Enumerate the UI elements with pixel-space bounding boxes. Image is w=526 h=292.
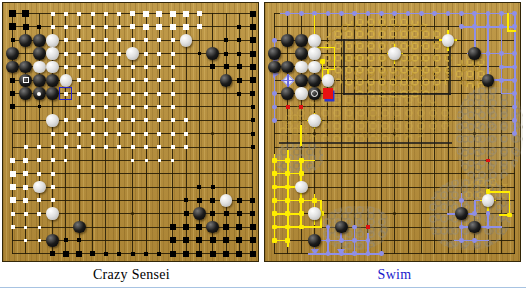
white-stone (126, 47, 139, 60)
territory-mark-white (184, 132, 188, 136)
blue-network-dot (512, 11, 517, 16)
territory-mark-black (170, 224, 176, 230)
territory-mark-white (77, 78, 81, 82)
black-stone (468, 221, 481, 234)
boundary-wall-line (336, 39, 451, 41)
territory-mark-white (157, 38, 161, 42)
black-stone (33, 47, 46, 60)
territory-mark-white (131, 145, 135, 149)
territory-mark-white (157, 52, 161, 56)
territory-mark-white (77, 12, 81, 16)
blue-network-dot (299, 11, 304, 16)
black-stone (308, 234, 321, 247)
blue-network-dot (459, 225, 464, 230)
black-stone (46, 87, 59, 100)
blue-network-dot (379, 11, 384, 16)
cross-v (287, 74, 288, 87)
grid-line-h (274, 147, 515, 148)
black-stone (268, 47, 281, 60)
territory-mark-white (171, 92, 175, 96)
black-stone (468, 47, 481, 60)
territory-mark-black (183, 251, 189, 257)
territory-mark-black (210, 237, 216, 243)
yellow-network-line (300, 125, 302, 147)
territory-mark-white (117, 65, 121, 69)
territory-mark-white (144, 78, 148, 82)
white-stone (308, 207, 321, 220)
blue-network-dot (272, 105, 277, 110)
territory-mark-white (64, 12, 68, 16)
territory-mark-black (211, 185, 215, 189)
blue-network-dot (459, 198, 464, 203)
black-stone (281, 61, 294, 74)
territory-mark-black (237, 211, 242, 216)
territory-mark-white (24, 212, 28, 216)
territory-mark-white (197, 11, 202, 16)
blue-network-dot (339, 11, 344, 16)
blue-network-dot (499, 65, 504, 70)
boundary-wall-line (343, 93, 451, 95)
territory-mark-black (250, 211, 255, 216)
territory-mark-black (223, 224, 229, 230)
blue-network-dot (486, 11, 491, 16)
black-stone (295, 47, 308, 60)
star-point (393, 212, 396, 215)
territory-mark-black (196, 237, 202, 243)
star-point (393, 132, 396, 135)
square-marker (23, 77, 29, 83)
territory-mark-white (184, 145, 188, 149)
territory-mark-white (64, 145, 68, 149)
territory-mark-black (210, 64, 215, 69)
territory-mark-white (171, 105, 175, 109)
territory-mark-black (250, 51, 256, 57)
blue-network-dot (486, 225, 491, 230)
blue-network-dot (499, 24, 504, 29)
yellow-network-dot (285, 225, 290, 230)
yellow-network-dot (272, 185, 277, 190)
territory-mark-black (236, 237, 242, 243)
red-dot-marker (366, 225, 370, 229)
blue-network-dot (512, 65, 517, 70)
black-stone (33, 34, 46, 47)
blue-network-dot (272, 38, 277, 43)
territory-mark-white (64, 159, 67, 162)
blue-network-dot (432, 11, 437, 16)
territory-mark-white (171, 159, 174, 162)
blue-network-dot (419, 11, 424, 16)
territory-mark-white (91, 92, 95, 96)
grid-line-h (274, 173, 515, 174)
black-stone (33, 74, 46, 87)
territory-mark-black (250, 91, 255, 96)
territory-mark-white (10, 197, 16, 203)
territory-mark-white (23, 158, 28, 163)
territory-mark-white (144, 132, 148, 136)
yellow-network-dot (299, 211, 304, 216)
blue-network-dot (326, 238, 331, 243)
blue-network-dot (472, 211, 477, 216)
territory-mark-black (183, 237, 189, 243)
blue-network-dot (499, 11, 504, 16)
territory-mark-white (144, 105, 148, 109)
white-stone (322, 74, 335, 87)
territory-mark-black (170, 237, 176, 243)
territory-mark-black (22, 10, 29, 17)
board-label-crazy-sensei: Crazy Sensei (0, 267, 263, 283)
territory-mark-black (224, 38, 228, 42)
grid-line-v (421, 13, 422, 254)
territory-mark-white (171, 78, 175, 82)
star-point (313, 132, 316, 135)
territory-mark-black (250, 24, 256, 30)
black-stone (19, 61, 32, 74)
territory-mark-white (64, 65, 68, 69)
yellow-network-dot (312, 198, 317, 203)
territory-mark-black (144, 252, 148, 256)
black-stone (335, 221, 348, 234)
territory-mark-black (224, 64, 229, 69)
territory-mark-white (104, 105, 108, 109)
territory-mark-black (50, 251, 55, 256)
territory-mark-white (51, 25, 55, 29)
territory-mark-black (237, 52, 241, 56)
territory-mark-white (64, 25, 68, 29)
territory-mark-white (91, 118, 95, 122)
white-stone (33, 61, 46, 74)
territory-mark-black (196, 224, 202, 230)
blue-network-dot (472, 11, 477, 16)
territory-mark-white (24, 226, 27, 229)
black-stone (46, 234, 59, 247)
territory-mark-black (197, 185, 201, 189)
territory-mark-white (197, 24, 202, 29)
blue-network-dot (486, 211, 491, 216)
territory-mark-black (223, 237, 229, 243)
yellow-network-dot (299, 225, 304, 230)
blue-network-dot (459, 11, 464, 16)
territory-mark-white (170, 11, 176, 17)
blue-network-dot (272, 91, 277, 96)
blue-network-dot (272, 118, 277, 123)
territory-mark-black (23, 24, 29, 30)
territory-mark-white (77, 105, 81, 109)
territory-mark-black (250, 251, 256, 257)
blue-network-dot (352, 225, 357, 230)
white-stone (46, 47, 59, 60)
territory-mark-black (237, 38, 241, 42)
black-stone (295, 34, 308, 47)
territory-mark-white (104, 78, 108, 82)
territory-mark-white (91, 12, 95, 16)
territory-mark-white (64, 52, 68, 56)
territory-mark-white (77, 145, 81, 149)
territory-mark-white (51, 132, 55, 136)
territory-mark-white (10, 171, 16, 177)
star-point (211, 132, 214, 135)
territory-mark-white (10, 158, 15, 163)
territory-mark-white (77, 52, 81, 56)
territory-mark-black (198, 52, 201, 55)
territory-mark-black (184, 211, 189, 216)
territory-mark-white (77, 25, 81, 29)
black-stone (73, 221, 86, 234)
territory-mark-white (144, 38, 148, 42)
territory-mark-white (91, 105, 95, 109)
territory-mark-black (251, 118, 255, 122)
yellow-network-dot (285, 185, 290, 190)
territory-mark-white (37, 158, 41, 162)
grid-line-v (226, 13, 227, 254)
territory-mark-white (51, 198, 55, 202)
board-panel-swim (263, 0, 526, 292)
territory-mark-white (144, 52, 148, 56)
territory-mark-white (117, 52, 121, 56)
territory-mark-black (196, 251, 202, 257)
territory-mark-white (77, 92, 81, 96)
territory-mark-white (91, 65, 95, 69)
territory-mark-white (117, 92, 121, 96)
territory-mark-black (170, 251, 176, 257)
territory-mark-white (117, 118, 121, 122)
territory-mark-white (184, 118, 188, 122)
territory-mark-white (171, 132, 175, 136)
territory-mark-white (24, 239, 27, 242)
star-point (131, 212, 134, 215)
grid-line-v (434, 13, 435, 254)
white-stone (46, 207, 59, 220)
yellow-network-dot (272, 238, 277, 243)
territory-mark-white (37, 212, 41, 216)
black-stone (268, 61, 281, 74)
territory-mark-white (91, 132, 95, 136)
territory-mark-white (130, 24, 135, 29)
grid-line-h (12, 187, 253, 188)
territory-mark-black (210, 211, 215, 216)
yellow-network-line (314, 15, 316, 35)
territory-mark-white (91, 78, 95, 82)
grid-line-v (408, 13, 409, 254)
territory-mark-white (104, 12, 108, 16)
territory-mark-black (131, 252, 135, 256)
blue-network-dot (379, 251, 384, 256)
territory-mark-black (224, 211, 229, 216)
territory-mark-white (51, 12, 55, 16)
territory-mark-black (250, 224, 256, 230)
black-stone (281, 34, 294, 47)
last-move-dot-marker (37, 92, 41, 96)
white-stone (295, 181, 308, 194)
territory-mark-white (131, 105, 135, 109)
territory-mark-white (64, 132, 68, 136)
territory-mark-white (157, 145, 161, 149)
territory-mark-black (183, 224, 189, 230)
territory-mark-black (77, 238, 81, 242)
blue-network-dot (486, 51, 491, 56)
territory-mark-white (145, 159, 148, 162)
territory-mark-black (9, 10, 16, 17)
black-stone (206, 221, 219, 234)
go-board-crazy-sensei[interactable] (2, 2, 259, 262)
black-stone (308, 74, 321, 87)
territory-mark-black (224, 52, 228, 56)
territory-mark-white (171, 52, 175, 56)
territory-mark-white (104, 65, 108, 69)
white-stone (295, 61, 308, 74)
black-stone (295, 74, 308, 87)
territory-mark-white (144, 65, 148, 69)
yellow-network-dot (272, 158, 277, 163)
territory-mark-black (157, 252, 161, 256)
yellow-network-dot (299, 158, 304, 163)
yellow-network-dot (285, 158, 290, 163)
territory-mark-white (104, 92, 108, 96)
white-stone (46, 114, 59, 127)
territory-mark-white (51, 158, 55, 162)
yellow-network-line (507, 30, 515, 32)
blue-network-dot (512, 78, 517, 83)
territory-mark-white (158, 159, 161, 162)
territory-mark-white (38, 239, 41, 242)
blue-network-dot (339, 238, 344, 243)
territory-mark-white (143, 11, 149, 17)
territory-mark-black (64, 238, 68, 242)
yellow-network-dot (272, 225, 277, 230)
territory-mark-black (237, 92, 241, 96)
blue-network-dot (366, 11, 371, 16)
blue-network-line (308, 253, 382, 255)
yellow-network-dot (285, 171, 290, 176)
territory-mark-white (24, 145, 28, 149)
white-stone (295, 87, 308, 100)
suggested-move-blue-square[interactable] (59, 87, 72, 100)
blue-network-dot (512, 24, 517, 29)
territory-mark-white (37, 145, 41, 149)
blue-network-dot (352, 251, 357, 256)
territory-mark-black (251, 145, 255, 149)
territory-mark-black (250, 64, 256, 70)
territory-mark-white (157, 78, 161, 82)
territory-mark-white (131, 159, 134, 162)
territory-mark-black (38, 105, 41, 108)
territory-mark-black (250, 11, 256, 17)
territory-mark-white (77, 65, 81, 69)
territory-mark-white (144, 118, 148, 122)
white-stone (180, 34, 193, 47)
blue-network-dot (512, 118, 517, 123)
territory-mark-white (51, 185, 55, 189)
yellow-network-line (334, 47, 336, 71)
blue-network-triangle (337, 249, 345, 255)
territory-mark-black (251, 132, 255, 136)
territory-mark-white (23, 171, 28, 176)
territory-mark-black (117, 252, 121, 256)
territory-mark-white (104, 52, 108, 56)
territory-mark-white (104, 118, 108, 122)
territory-mark-white (51, 172, 55, 176)
grid-line-h (274, 187, 515, 188)
blue-network-dot (446, 11, 451, 16)
white-stone (308, 61, 321, 74)
territory-mark-white (144, 92, 148, 96)
suggested-move-red-square[interactable] (323, 88, 333, 98)
territory-mark-white (157, 65, 161, 69)
territory-mark-white (91, 52, 95, 56)
grid-line-h (12, 200, 253, 201)
blue-network-dot (285, 11, 290, 16)
black-stone (193, 207, 206, 220)
territory-mark-white (117, 132, 121, 136)
territory-mark-white (170, 24, 176, 30)
territory-mark-white (131, 118, 135, 122)
grid-line-v (239, 13, 240, 254)
white-stone (482, 194, 495, 207)
blue-network-dot (512, 91, 517, 96)
territory-mark-white (64, 38, 68, 42)
white-stone (46, 34, 59, 47)
white-stone (60, 74, 73, 87)
territory-mark-white (10, 184, 16, 190)
territory-mark-white (171, 65, 175, 69)
black-stone (220, 74, 233, 87)
go-board-swim[interactable] (264, 2, 521, 262)
white-stone (33, 181, 46, 194)
territory-mark-black (210, 198, 215, 203)
territory-mark-black (11, 38, 15, 42)
blue-network-line (487, 13, 489, 81)
blue-network-dot (459, 24, 464, 29)
grid-line-h (12, 173, 253, 174)
territory-mark-white (131, 132, 135, 136)
blue-network-line (461, 226, 503, 228)
territory-mark-white (117, 78, 121, 82)
boundary-wall-line (343, 39, 345, 95)
territory-mark-white (11, 212, 15, 216)
territory-mark-black (223, 251, 229, 257)
territory-mark-white (171, 145, 175, 149)
territory-mark-black (236, 224, 242, 230)
yellow-network-dot (285, 211, 290, 216)
territory-mark-black (250, 237, 256, 243)
territory-mark-white (37, 172, 41, 176)
bottom-divider-line (0, 287, 526, 288)
territory-mark-white (183, 24, 189, 30)
territory-mark-white (91, 38, 95, 42)
blue-network-dot (486, 24, 491, 29)
territory-mark-white (183, 11, 189, 17)
territory-mark-black (184, 198, 188, 202)
yellow-network-line (487, 191, 510, 193)
territory-mark-black (250, 37, 256, 43)
territory-mark-black (197, 198, 202, 203)
territory-mark-white (171, 118, 175, 122)
territory-mark-white (104, 38, 108, 42)
blue-network-dot (326, 225, 331, 230)
white-stone (46, 61, 59, 74)
territory-mark-black (104, 252, 108, 256)
territory-mark-white (104, 25, 108, 29)
territory-mark-white (11, 225, 15, 229)
territory-mark-white (23, 185, 28, 190)
territory-mark-black (237, 198, 242, 203)
yellow-network-line (300, 160, 302, 228)
white-stone (308, 34, 321, 47)
territory-mark-white (131, 38, 135, 42)
black-stone (19, 87, 32, 100)
white-stone (308, 114, 321, 127)
white-stone (442, 34, 455, 47)
yellow-network-dot (285, 198, 290, 203)
